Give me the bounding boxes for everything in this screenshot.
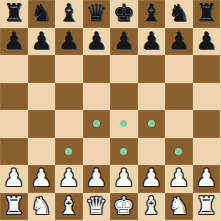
square-h3[interactable] [193,138,221,166]
white-bishop[interactable]: ♝ [140,193,162,220]
black-queen[interactable]: ♛ [85,0,107,27]
black-pawn[interactable]: ♟ [58,28,80,55]
square-g4[interactable] [165,110,193,138]
black-bishop[interactable]: ♝ [140,0,162,27]
square-e8[interactable]: ♚ [110,0,138,28]
square-f2[interactable]: ♟ [138,165,166,193]
black-knight[interactable]: ♞ [30,0,52,27]
white-pawn[interactable]: ♟ [58,165,80,192]
square-f3[interactable] [138,138,166,166]
white-pawn[interactable]: ♟ [113,165,135,192]
square-c1[interactable]: ♝ [55,193,83,221]
white-pawn[interactable]: ♟ [195,165,217,192]
square-b7[interactable]: ♟ [28,28,56,56]
white-pawn[interactable]: ♟ [168,165,190,192]
square-d7[interactable]: ♟ [83,28,111,56]
hint-dot-g3 [175,148,182,155]
white-knight[interactable]: ♞ [168,193,190,220]
hint-dot-e4 [120,120,127,127]
square-f4[interactable] [138,110,166,138]
square-d4[interactable] [83,110,111,138]
square-d8[interactable]: ♛ [83,0,111,28]
white-king[interactable]: ♚ [113,193,135,220]
square-h4[interactable] [193,110,221,138]
hint-dot-f4 [148,120,155,127]
square-a4[interactable] [0,110,28,138]
square-h1[interactable]: ♜ [193,193,221,221]
square-e6[interactable] [110,55,138,83]
square-b3[interactable] [28,138,56,166]
black-rook[interactable]: ♜ [3,0,25,27]
square-g5[interactable] [165,83,193,111]
square-a7[interactable]: ♟ [0,28,28,56]
square-h2[interactable]: ♟ [193,165,221,193]
square-f1[interactable]: ♝ [138,193,166,221]
white-rook[interactable]: ♜ [195,193,217,220]
square-a6[interactable] [0,55,28,83]
white-pawn[interactable]: ♟ [30,165,52,192]
square-c8[interactable]: ♝ [55,0,83,28]
square-e4[interactable] [110,110,138,138]
black-pawn[interactable]: ♟ [140,28,162,55]
square-c5[interactable] [55,83,83,111]
square-e2[interactable]: ♟ [110,165,138,193]
square-d2[interactable]: ♟ [83,165,111,193]
square-c4[interactable] [55,110,83,138]
white-rook[interactable]: ♜ [3,193,25,220]
square-g1[interactable]: ♞ [165,193,193,221]
black-rook[interactable]: ♜ [195,0,217,27]
square-g2[interactable]: ♟ [165,165,193,193]
black-pawn[interactable]: ♟ [168,28,190,55]
black-pawn[interactable]: ♟ [3,28,25,55]
square-c2[interactable]: ♟ [55,165,83,193]
square-a3[interactable] [0,138,28,166]
square-c6[interactable] [55,55,83,83]
square-g7[interactable]: ♟ [165,28,193,56]
square-a1[interactable]: ♜ [0,193,28,221]
square-h5[interactable] [193,83,221,111]
square-b2[interactable]: ♟ [28,165,56,193]
black-pawn[interactable]: ♟ [85,28,107,55]
square-g8[interactable]: ♞ [165,0,193,28]
square-a8[interactable]: ♜ [0,0,28,28]
square-f5[interactable] [138,83,166,111]
square-b4[interactable] [28,110,56,138]
square-f8[interactable]: ♝ [138,0,166,28]
black-bishop[interactable]: ♝ [58,0,80,27]
square-a2[interactable]: ♟ [0,165,28,193]
square-f6[interactable] [138,55,166,83]
black-pawn[interactable]: ♟ [30,28,52,55]
square-c7[interactable]: ♟ [55,28,83,56]
white-knight[interactable]: ♞ [30,193,52,220]
black-knight[interactable]: ♞ [168,0,190,27]
square-f7[interactable]: ♟ [138,28,166,56]
square-b8[interactable]: ♞ [28,0,56,28]
square-c3[interactable] [55,138,83,166]
hint-dot-c3 [65,148,72,155]
white-queen[interactable]: ♛ [85,193,107,220]
chess-board: ♜♞♝♛♚♝♞♜♟♟♟♟♟♟♟♟♟♟♟♟♟♟♟♟♜♞♝♛♚♝♞♜ [0,0,220,220]
hint-dot-e3 [120,148,127,155]
hint-dot-d4 [93,120,100,127]
white-pawn[interactable]: ♟ [140,165,162,192]
square-e3[interactable] [110,138,138,166]
square-b1[interactable]: ♞ [28,193,56,221]
square-e5[interactable] [110,83,138,111]
white-pawn[interactable]: ♟ [85,165,107,192]
square-b5[interactable] [28,83,56,111]
square-h7[interactable]: ♟ [193,28,221,56]
square-d5[interactable] [83,83,111,111]
white-pawn[interactable]: ♟ [3,165,25,192]
square-e1[interactable]: ♚ [110,193,138,221]
square-h6[interactable] [193,55,221,83]
square-g6[interactable] [165,55,193,83]
square-e7[interactable]: ♟ [110,28,138,56]
square-b6[interactable] [28,55,56,83]
square-h8[interactable]: ♜ [193,0,221,28]
white-bishop[interactable]: ♝ [58,193,80,220]
black-king[interactable]: ♚ [113,0,135,27]
square-d3[interactable] [83,138,111,166]
square-d1[interactable]: ♛ [83,193,111,221]
square-a5[interactable] [0,83,28,111]
black-pawn[interactable]: ♟ [113,28,135,55]
square-g3[interactable] [165,138,193,166]
square-d6[interactable] [83,55,111,83]
black-pawn[interactable]: ♟ [195,28,217,55]
